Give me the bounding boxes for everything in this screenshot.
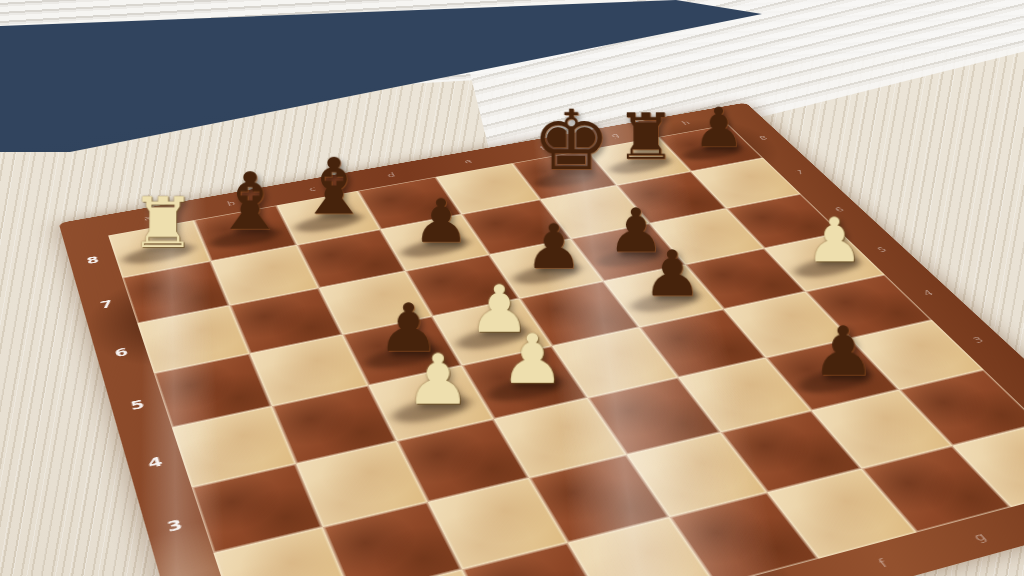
black-king-glyph: ♚ bbox=[506, 98, 636, 183]
white-pawn-glyph: ♟ bbox=[764, 210, 906, 272]
black-pawn-glyph: ♟ bbox=[599, 242, 745, 306]
page-root: 8877665544332211aabbccddeeffgghh ♜♝♝♚♜♟♟… bbox=[0, 0, 1024, 576]
white-rook-glyph: ♜ bbox=[93, 187, 233, 258]
black-pawn-glyph: ♟ bbox=[765, 317, 922, 386]
white-pawn-glyph: ♟ bbox=[358, 345, 518, 416]
